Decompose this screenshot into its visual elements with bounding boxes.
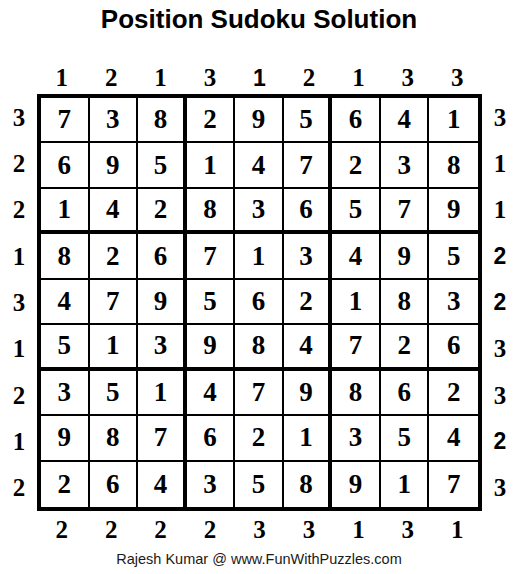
sudoku-cell-r8c2: 8 bbox=[90, 416, 139, 461]
left-clue-3: 2 bbox=[13, 197, 26, 222]
sudoku-cell-r7c9: 2 bbox=[429, 371, 478, 416]
right-clue-6: 3 bbox=[494, 336, 507, 361]
sudoku-cell-r5c7: 1 bbox=[332, 280, 381, 325]
sudoku-cell-r4c1: 8 bbox=[41, 234, 90, 279]
sudoku-cell-r6c6: 4 bbox=[284, 325, 333, 370]
sudoku-cell-r5c4: 5 bbox=[187, 280, 236, 325]
right-clue-5: 2 bbox=[494, 291, 507, 314]
sudoku-cell-r6c1: 5 bbox=[41, 325, 90, 370]
right-clue-1: 3 bbox=[494, 105, 507, 130]
right-clue-3: 1 bbox=[494, 197, 507, 222]
sudoku-cell-r4c4: 7 bbox=[187, 234, 236, 279]
sudoku-board: 7382956416951472381428365798267134954795… bbox=[37, 94, 482, 511]
right-clue-7: 3 bbox=[494, 383, 507, 408]
left-clue-4: 1 bbox=[13, 244, 26, 269]
sudoku-cell-r7c7: 8 bbox=[332, 371, 381, 416]
sudoku-cell-r6c3: 3 bbox=[138, 325, 187, 370]
top-clue-3: 1 bbox=[154, 65, 167, 90]
sudoku-cell-r3c2: 4 bbox=[90, 189, 139, 234]
sudoku-cell-r6c5: 8 bbox=[235, 325, 284, 370]
right-clue-8: 2 bbox=[494, 430, 507, 453]
sudoku-cell-r9c6: 8 bbox=[284, 462, 333, 507]
top-clue-6: 2 bbox=[303, 65, 316, 90]
sudoku-cell-r8c8: 5 bbox=[381, 416, 430, 461]
sudoku-cell-r3c7: 5 bbox=[332, 189, 381, 234]
sudoku-cell-r7c2: 5 bbox=[90, 371, 139, 416]
sudoku-cell-r8c1: 9 bbox=[41, 416, 90, 461]
sudoku-cell-r5c1: 4 bbox=[41, 280, 90, 325]
sudoku-cell-r8c7: 3 bbox=[332, 416, 381, 461]
sudoku-cell-r9c5: 5 bbox=[235, 462, 284, 507]
sudoku-cell-r3c3: 2 bbox=[138, 189, 187, 234]
bottom-clue-6: 3 bbox=[303, 517, 316, 542]
right-clues-column: 311223323 bbox=[483, 94, 517, 511]
sudoku-cell-r5c3: 9 bbox=[138, 280, 187, 325]
sudoku-cell-r1c6: 5 bbox=[284, 98, 333, 143]
bottom-clue-3: 2 bbox=[154, 517, 167, 542]
top-clue-5: 1 bbox=[253, 67, 266, 90]
sudoku-cell-r9c2: 6 bbox=[90, 462, 139, 507]
bottom-clue-5: 3 bbox=[253, 517, 266, 542]
left-clue-1: 3 bbox=[13, 105, 26, 130]
left-clue-8: 1 bbox=[13, 429, 26, 454]
bottom-clue-2: 2 bbox=[105, 517, 118, 542]
sudoku-cell-r1c4: 2 bbox=[187, 98, 236, 143]
top-clues-row: 121312133 bbox=[37, 48, 482, 92]
sudoku-cell-r5c5: 6 bbox=[235, 280, 284, 325]
sudoku-cell-r3c1: 1 bbox=[41, 189, 90, 234]
right-clue-9: 3 bbox=[494, 475, 507, 500]
sudoku-cell-r4c7: 4 bbox=[332, 234, 381, 279]
left-clue-7: 2 bbox=[13, 383, 26, 408]
sudoku-cell-r8c6: 1 bbox=[284, 416, 333, 461]
sudoku-cell-r5c2: 7 bbox=[90, 280, 139, 325]
sudoku-cell-r1c3: 8 bbox=[138, 98, 187, 143]
left-clue-2: 2 bbox=[13, 151, 26, 176]
sudoku-cell-r6c4: 9 bbox=[187, 325, 236, 370]
top-clue-4: 3 bbox=[204, 65, 217, 90]
left-clue-9: 2 bbox=[13, 475, 26, 500]
left-clue-5: 3 bbox=[13, 290, 26, 315]
sudoku-cell-r6c2: 1 bbox=[90, 325, 139, 370]
sudoku-cell-r5c9: 3 bbox=[429, 280, 478, 325]
sudoku-cell-r1c5: 9 bbox=[235, 98, 284, 143]
sudoku-cell-r2c9: 8 bbox=[429, 143, 478, 188]
sudoku-cell-r9c1: 2 bbox=[41, 462, 90, 507]
sudoku-cell-r8c3: 7 bbox=[138, 416, 187, 461]
sudoku-cell-r7c4: 4 bbox=[187, 371, 236, 416]
sudoku-cell-r8c4: 6 bbox=[187, 416, 236, 461]
sudoku-cell-r2c6: 7 bbox=[284, 143, 333, 188]
bottom-clue-8: 3 bbox=[402, 517, 415, 542]
sudoku-cell-r9c9: 7 bbox=[429, 462, 478, 507]
sudoku-cell-r3c4: 8 bbox=[187, 189, 236, 234]
sudoku-cell-r2c1: 6 bbox=[41, 143, 90, 188]
sudoku-cell-r4c8: 9 bbox=[381, 234, 430, 279]
sudoku-cell-r6c9: 6 bbox=[429, 325, 478, 370]
sudoku-cell-r4c5: 1 bbox=[235, 234, 284, 279]
sudoku-cell-r2c8: 3 bbox=[381, 143, 430, 188]
sudoku-cell-r3c6: 6 bbox=[284, 189, 333, 234]
sudoku-cell-r5c6: 2 bbox=[284, 280, 333, 325]
sudoku-cell-r7c8: 6 bbox=[381, 371, 430, 416]
sudoku-cell-r4c9: 5 bbox=[429, 234, 478, 279]
sudoku-cell-r1c2: 3 bbox=[90, 98, 139, 143]
top-clue-1: 1 bbox=[55, 65, 68, 90]
left-clue-6: 1 bbox=[13, 336, 26, 361]
sudoku-cell-r5c8: 8 bbox=[381, 280, 430, 325]
left-clues-column: 322131212 bbox=[2, 94, 36, 511]
sudoku-cell-r7c5: 7 bbox=[235, 371, 284, 416]
sudoku-cell-r2c2: 9 bbox=[90, 143, 139, 188]
page-title: Position Sudoku Solution bbox=[0, 4, 518, 35]
sudoku-cell-r1c1: 7 bbox=[41, 98, 90, 143]
sudoku-cell-r2c3: 5 bbox=[138, 143, 187, 188]
right-clue-2: 1 bbox=[494, 151, 507, 176]
sudoku-cell-r8c9: 4 bbox=[429, 416, 478, 461]
top-clue-7: 1 bbox=[352, 65, 365, 90]
sudoku-cell-r1c7: 6 bbox=[332, 98, 381, 143]
sudoku-cell-r4c6: 3 bbox=[284, 234, 333, 279]
puzzle-page: Position Sudoku Solution 121312133 32213… bbox=[0, 0, 518, 574]
top-clue-2: 2 bbox=[105, 65, 118, 90]
top-clue-9: 3 bbox=[451, 65, 464, 90]
sudoku-cell-r3c9: 9 bbox=[429, 189, 478, 234]
right-clue-4: 2 bbox=[494, 245, 507, 268]
sudoku-cell-r7c6: 9 bbox=[284, 371, 333, 416]
sudoku-cell-r9c8: 1 bbox=[381, 462, 430, 507]
sudoku-cell-r4c2: 2 bbox=[90, 234, 139, 279]
bottom-clue-4: 2 bbox=[204, 517, 217, 542]
sudoku-cell-r6c7: 7 bbox=[332, 325, 381, 370]
sudoku-cell-r7c1: 3 bbox=[41, 371, 90, 416]
sudoku-cell-r6c8: 2 bbox=[381, 325, 430, 370]
sudoku-cell-r1c9: 1 bbox=[429, 98, 478, 143]
bottom-clue-7: 1 bbox=[352, 517, 365, 542]
sudoku-cell-r2c4: 1 bbox=[187, 143, 236, 188]
sudoku-cell-r1c8: 4 bbox=[381, 98, 430, 143]
credit-text: Rajesh Kumar @ www.FunWithPuzzles.com bbox=[0, 551, 518, 567]
sudoku-cell-r2c7: 2 bbox=[332, 143, 381, 188]
sudoku-cell-r7c3: 1 bbox=[138, 371, 187, 416]
sudoku-cell-r3c5: 3 bbox=[235, 189, 284, 234]
bottom-clue-9: 1 bbox=[451, 517, 464, 542]
sudoku-cell-r9c3: 4 bbox=[138, 462, 187, 507]
sudoku-cell-r3c8: 7 bbox=[381, 189, 430, 234]
top-clue-8: 3 bbox=[402, 65, 415, 90]
sudoku-cell-r4c3: 6 bbox=[138, 234, 187, 279]
bottom-clue-1: 2 bbox=[55, 517, 68, 542]
sudoku-cell-r8c5: 2 bbox=[235, 416, 284, 461]
sudoku-cell-r9c7: 9 bbox=[332, 462, 381, 507]
sudoku-cell-r9c4: 3 bbox=[187, 462, 236, 507]
sudoku-cell-r2c5: 4 bbox=[235, 143, 284, 188]
